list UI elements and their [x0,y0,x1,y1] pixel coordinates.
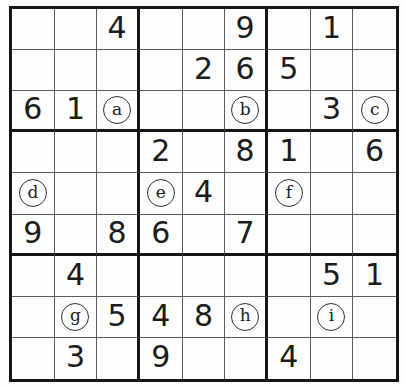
cell-r5c6[interactable] [225,173,268,214]
cell-r7c7[interactable] [268,256,311,297]
cell-r6c5[interactable] [183,215,226,256]
circled-letter-i: i [317,303,345,331]
cell-r3c8[interactable]: 3 [311,91,354,132]
given-digit: 1 [66,94,85,124]
cell-r8c1[interactable] [12,297,55,338]
cell-r2c7[interactable]: 5 [268,50,311,91]
cell-r6c4[interactable]: 6 [140,215,183,256]
cell-r4c6[interactable]: 8 [225,132,268,173]
cell-r4c2[interactable] [55,132,98,173]
cell-r8c9[interactable] [353,297,396,338]
cell-r1c5[interactable] [183,9,226,50]
given-digit: 8 [236,136,255,166]
cell-r1c1[interactable] [12,9,55,50]
cell-r2c1[interactable] [12,50,55,91]
given-digit: 4 [66,260,85,290]
cell-r9c6[interactable] [225,338,268,379]
cell-r8c8[interactable]: i [311,297,354,338]
circled-letter-c: c [361,96,389,124]
cell-r9c2[interactable]: 3 [55,338,98,379]
cell-r5c1[interactable]: d [12,173,55,214]
cell-r1c7[interactable] [268,9,311,50]
cell-r6c8[interactable] [311,215,354,256]
cell-r3c3[interactable]: a [97,91,140,132]
cell-r4c3[interactable] [97,132,140,173]
cell-r7c1[interactable] [12,256,55,297]
cell-r7c5[interactable] [183,256,226,297]
cell-r5c9[interactable] [353,173,396,214]
given-digit: 9 [236,13,255,43]
given-digit: 6 [365,136,384,166]
circled-letter-a: a [103,96,131,124]
cell-r6c9[interactable] [353,215,396,256]
given-digit: 6 [236,54,255,84]
cell-r2c8[interactable] [311,50,354,91]
cell-r9c1[interactable] [12,338,55,379]
cell-r3c9[interactable]: c [353,91,396,132]
cell-r2c4[interactable] [140,50,183,91]
cell-r7c6[interactable] [225,256,268,297]
cell-r4c9[interactable]: 6 [353,132,396,173]
given-digit: 9 [151,342,170,372]
cell-r2c3[interactable] [97,50,140,91]
cell-r3c1[interactable]: 6 [12,91,55,132]
given-digit: 9 [23,218,42,248]
cell-r7c9[interactable]: 1 [353,256,396,297]
cell-r5c3[interactable] [97,173,140,214]
cell-r6c3[interactable]: 8 [97,215,140,256]
cell-r5c8[interactable] [311,173,354,214]
cell-r3c2[interactable]: 1 [55,91,98,132]
cell-r9c5[interactable] [183,338,226,379]
cell-r6c6[interactable]: 7 [225,215,268,256]
given-digit: 8 [108,218,127,248]
cell-r2c5[interactable]: 2 [183,50,226,91]
cell-r1c2[interactable] [55,9,98,50]
given-digit: 5 [108,301,127,331]
cell-r9c4[interactable]: 9 [140,338,183,379]
cell-r5c5[interactable]: 4 [183,173,226,214]
cell-r8c4[interactable]: 4 [140,297,183,338]
cell-r1c6[interactable]: 9 [225,9,268,50]
given-digit: 4 [108,13,127,43]
given-digit: 5 [322,260,341,290]
cell-r6c2[interactable] [55,215,98,256]
given-digit: 6 [23,94,42,124]
circled-letter-f: f [275,179,303,207]
cell-r3c4[interactable] [140,91,183,132]
cell-r3c7[interactable] [268,91,311,132]
cell-r7c4[interactable] [140,256,183,297]
cell-r5c2[interactable] [55,173,98,214]
cell-r9c8[interactable] [311,338,354,379]
cell-r5c7[interactable]: f [268,173,311,214]
cell-r7c2[interactable]: 4 [55,256,98,297]
cell-r1c4[interactable] [140,9,183,50]
circled-letter-e: e [147,179,175,207]
cell-r5c4[interactable]: e [140,173,183,214]
cell-r9c7[interactable]: 4 [268,338,311,379]
cell-r4c1[interactable] [12,132,55,173]
cell-r6c1[interactable]: 9 [12,215,55,256]
given-digit: 8 [194,301,213,331]
cell-r4c7[interactable]: 1 [268,132,311,173]
circled-letter-h: h [231,303,259,331]
given-digit: 4 [151,301,170,331]
cell-r1c8[interactable]: 1 [311,9,354,50]
cell-r8c3[interactable]: 5 [97,297,140,338]
given-digit: 4 [279,342,298,372]
given-digit: 3 [322,94,341,124]
given-digit: 6 [151,218,170,248]
cell-r8c5[interactable]: 8 [183,297,226,338]
cell-r7c3[interactable] [97,256,140,297]
circled-letter-d: d [19,179,47,207]
sudoku-page: 49126561ab3c2816de4f9867451g548hi394 [0,0,405,387]
cell-r8c6[interactable]: h [225,297,268,338]
cell-r3c5[interactable] [183,91,226,132]
given-digit: 1 [322,13,341,43]
circled-letter-b: b [231,96,259,124]
circled-letter-g: g [61,303,89,331]
given-digit: 4 [194,177,213,207]
cell-r4c8[interactable] [311,132,354,173]
cell-r4c4[interactable]: 2 [140,132,183,173]
sudoku-board: 49126561ab3c2816de4f9867451g548hi394 [9,6,399,382]
cell-r4c5[interactable] [183,132,226,173]
given-digit: 5 [279,54,298,84]
cell-r1c3[interactable]: 4 [97,9,140,50]
cell-r9c3[interactable] [97,338,140,379]
cell-r7c8[interactable]: 5 [311,256,354,297]
given-digit: 3 [66,342,85,372]
given-digit: 2 [151,136,170,166]
cell-r3c6[interactable]: b [225,91,268,132]
cell-r1c9[interactable] [353,9,396,50]
cell-r9c9[interactable] [353,338,396,379]
cell-r8c7[interactable] [268,297,311,338]
given-digit: 2 [194,54,213,84]
cell-r2c2[interactable] [55,50,98,91]
cell-r8c2[interactable]: g [55,297,98,338]
given-digit: 7 [236,218,255,248]
cell-r6c7[interactable] [268,215,311,256]
given-digit: 1 [279,136,298,166]
cell-r2c9[interactable] [353,50,396,91]
cell-r2c6[interactable]: 6 [225,50,268,91]
given-digit: 1 [365,260,384,290]
